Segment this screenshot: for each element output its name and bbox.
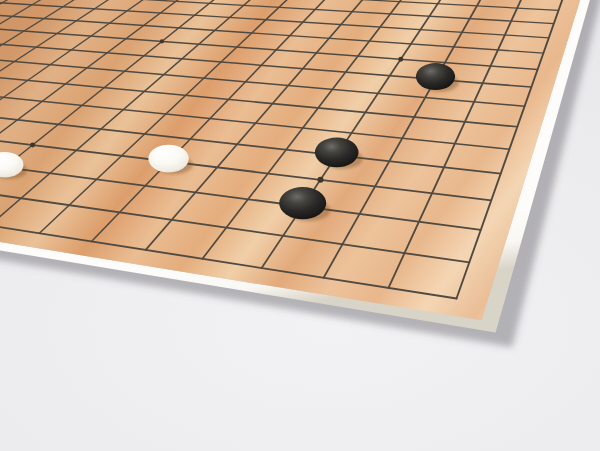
stone-body	[416, 63, 455, 90]
stone-body	[148, 145, 188, 173]
hoshi-dot	[398, 57, 403, 62]
hoshi-dot	[317, 177, 323, 183]
go-board	[0, 0, 600, 451]
stone-body	[279, 187, 326, 219]
stone-body	[315, 138, 359, 168]
hoshi-dot	[30, 143, 35, 148]
go-board-photo-scene	[0, 0, 600, 451]
hoshi-dot	[160, 39, 164, 43]
